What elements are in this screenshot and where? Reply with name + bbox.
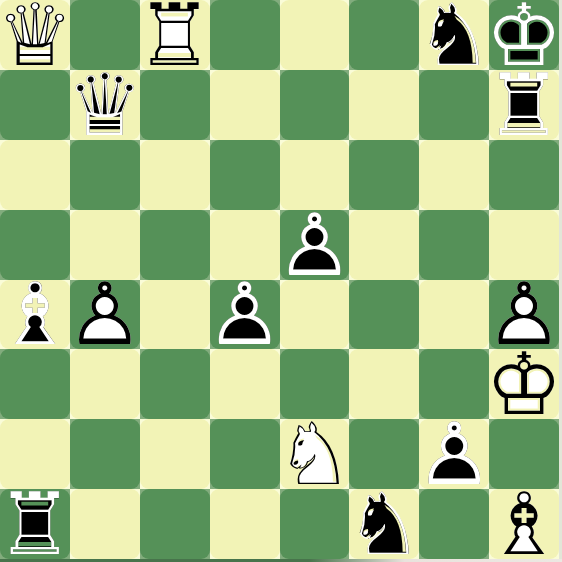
piece-white-pawn-icon[interactable]: ♟♙ — [70, 280, 140, 350]
square-g8[interactable]: ♞♘ — [419, 0, 489, 70]
square-c6[interactable] — [140, 140, 210, 210]
square-d1[interactable] — [210, 489, 280, 559]
black-pawn-outline: ♙ — [419, 419, 489, 489]
square-f5[interactable] — [349, 210, 419, 280]
piece-black-pawn-icon[interactable]: ♟♙ — [419, 419, 489, 489]
black-pawn-outline: ♙ — [210, 280, 280, 350]
square-h7[interactable]: ♜♖ — [489, 70, 559, 140]
square-a1[interactable]: ♜♖ — [0, 489, 70, 559]
square-b4[interactable]: ♟♙ — [70, 280, 140, 350]
piece-black-rook-icon[interactable]: ♜♖ — [489, 70, 559, 140]
black-rook-outline: ♖ — [0, 489, 70, 559]
square-f7[interactable] — [349, 70, 419, 140]
square-e2[interactable]: ♞♘ — [280, 419, 350, 489]
square-d7[interactable] — [210, 70, 280, 140]
white-pawn-outline: ♙ — [70, 280, 140, 350]
square-f4[interactable] — [349, 280, 419, 350]
square-f3[interactable] — [349, 349, 419, 419]
square-b1[interactable] — [70, 489, 140, 559]
piece-black-knight-icon[interactable]: ♞♘ — [419, 0, 489, 70]
square-g5[interactable] — [419, 210, 489, 280]
white-rook-outline: ♖ — [140, 0, 210, 70]
square-d2[interactable] — [210, 419, 280, 489]
chess-app-stage: ♛♕♜♖♞♘♚♔♛♕♜♖♟♙♝♗♟♙♟♙♟♙♚♔♞♘♟♙♜♖♞♘♝♗ — [0, 0, 562, 562]
piece-black-queen-icon[interactable]: ♛♕ — [70, 70, 140, 140]
square-g4[interactable] — [419, 280, 489, 350]
square-b2[interactable] — [70, 419, 140, 489]
piece-black-rook-icon[interactable]: ♜♖ — [0, 489, 70, 559]
piece-white-queen-icon[interactable]: ♛♕ — [0, 0, 70, 70]
square-h3[interactable]: ♚♔ — [489, 349, 559, 419]
black-bishop-outline: ♗ — [0, 280, 70, 350]
square-d8[interactable] — [210, 0, 280, 70]
square-f6[interactable] — [349, 140, 419, 210]
square-c5[interactable] — [140, 210, 210, 280]
square-f8[interactable] — [349, 0, 419, 70]
square-g6[interactable] — [419, 140, 489, 210]
piece-white-knight-icon[interactable]: ♞♘ — [280, 419, 350, 489]
piece-white-rook-icon[interactable]: ♜♖ — [140, 0, 210, 70]
black-pawn-outline: ♙ — [280, 210, 350, 280]
square-b7[interactable]: ♛♕ — [70, 70, 140, 140]
square-g2[interactable]: ♟♙ — [419, 419, 489, 489]
white-bishop-outline: ♗ — [489, 489, 559, 559]
square-c8[interactable]: ♜♖ — [140, 0, 210, 70]
piece-white-king-icon[interactable]: ♚♔ — [489, 349, 559, 419]
white-queen-outline: ♕ — [0, 0, 70, 70]
white-king-outline: ♔ — [489, 349, 559, 419]
square-c2[interactable] — [140, 419, 210, 489]
square-a4[interactable]: ♝♗ — [0, 280, 70, 350]
square-h1[interactable]: ♝♗ — [489, 489, 559, 559]
white-knight-outline: ♘ — [280, 419, 350, 489]
square-e5[interactable]: ♟♙ — [280, 210, 350, 280]
piece-black-pawn-icon[interactable]: ♟♙ — [280, 210, 350, 280]
square-a8[interactable]: ♛♕ — [0, 0, 70, 70]
square-f1[interactable]: ♞♘ — [349, 489, 419, 559]
piece-black-knight-icon[interactable]: ♞♘ — [349, 489, 419, 559]
square-c1[interactable] — [140, 489, 210, 559]
chess-board: ♛♕♜♖♞♘♚♔♛♕♜♖♟♙♝♗♟♙♟♙♟♙♚♔♞♘♟♙♜♖♞♘♝♗ — [0, 0, 559, 559]
square-c4[interactable] — [140, 280, 210, 350]
square-a6[interactable] — [0, 140, 70, 210]
black-queen-outline: ♕ — [70, 70, 140, 140]
black-knight-outline: ♘ — [349, 489, 419, 559]
piece-black-pawn-icon[interactable]: ♟♙ — [210, 280, 280, 350]
black-rook-outline: ♖ — [489, 70, 559, 140]
square-d4[interactable]: ♟♙ — [210, 280, 280, 350]
piece-white-bishop-icon[interactable]: ♝♗ — [489, 489, 559, 559]
square-e8[interactable] — [280, 0, 350, 70]
square-d6[interactable] — [210, 140, 280, 210]
black-knight-outline: ♘ — [419, 0, 489, 70]
square-c3[interactable] — [140, 349, 210, 419]
square-e7[interactable] — [280, 70, 350, 140]
piece-black-bishop-icon[interactable]: ♝♗ — [0, 280, 70, 350]
